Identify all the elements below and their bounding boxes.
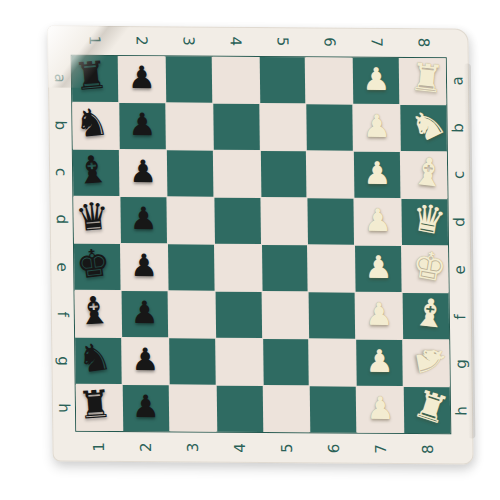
file-right-label-e: e [437,258,484,280]
rank-bottom-label-5: 5 [272,425,303,472]
mat-middle: abcdefgh ♜♟♟♜♞♟♟♞♝♟♟♝♛♟♟♛♚♟♟♚♝♟♟♝♞♟♟♞♜♟♟… [48,55,474,435]
rank-bottom-label-8: 8 [413,426,444,473]
product-photo-scene: 12345678 abcdefgh ♜♟♟♜♞♟♟♞♝♟♟♝♛♟♟♛♚♟♟♚♝♟… [0,0,500,500]
black-knight-piece: ♞ [75,337,114,379]
square-g1: ♞ [75,338,121,384]
square-d6 [308,198,354,244]
white-pawn-piece: ♟ [362,63,390,94]
rank-bottom-label-4: 4 [225,424,256,471]
black-pawn-piece: ♟ [128,62,156,93]
square-b1: ♞ [72,103,118,149]
rank-bottom-label-2: 2 [131,424,162,471]
file-right-label-g: g [438,353,485,375]
square-e7: ♟ [355,246,401,292]
square-f6 [309,292,355,338]
square-c2: ♟ [120,150,166,196]
square-c6 [307,151,353,197]
square-d5 [261,198,307,244]
black-pawn-piece: ♟ [131,344,159,375]
square-c3 [167,150,213,196]
black-pawn-piece: ♟ [131,297,159,328]
square-d7: ♟ [355,199,401,245]
square-c1: ♝ [73,150,119,196]
square-f2: ♟ [121,291,167,337]
square-c7: ♟ [354,152,400,198]
rank-bottom-label-1: 1 [84,423,115,470]
file-labels-right: abcdefgh [447,57,474,434]
rank-top-label-4: 4 [220,18,250,65]
square-d2: ♟ [120,197,166,243]
square-d1: ♛ [73,197,119,243]
rank-top-label-7: 7 [361,19,391,66]
square-b2: ♟ [119,103,165,149]
file-right-label-d: d [436,211,483,233]
black-knight-piece: ♞ [72,102,110,143]
rank-bottom-label-6: 6 [319,425,350,472]
rank-top-label-3: 3 [173,17,203,64]
white-pawn-piece: ♟ [364,251,392,282]
black-king-piece: ♚ [74,243,113,285]
square-b6 [307,104,353,150]
black-bishop-piece: ♝ [73,150,111,191]
rank-top-label-5: 5 [267,18,297,65]
white-pawn-piece: ♟ [363,157,391,188]
chess-mat: 12345678 abcdefgh ♜♟♟♜♞♟♟♞♝♟♟♝♛♟♟♛♚♟♟♚♝♟… [47,26,473,465]
black-pawn-piece: ♟ [130,250,158,281]
black-pawn-piece: ♟ [128,109,156,140]
square-f7: ♟ [356,293,402,339]
square-b4 [213,104,259,150]
square-a1: ♜ [72,56,118,102]
square-c5 [260,151,306,197]
rank-top-label-2: 2 [126,17,156,64]
square-e3 [168,244,214,290]
rank-bottom-label-3: 3 [178,424,209,471]
black-bishop-piece: ♝ [75,291,112,331]
square-g4 [216,339,262,385]
white-pawn-piece: ♟ [366,345,394,376]
square-e4 [215,245,261,291]
square-e1: ♚ [74,244,120,290]
black-rook-piece: ♜ [72,56,110,97]
rank-labels-bottom: 12345678 [52,432,473,465]
square-f1: ♝ [75,291,121,337]
square-c4 [213,151,259,197]
board-grid: ♜♟♟♜♞♟♟♞♝♟♟♝♛♟♟♛♚♟♟♚♝♟♟♝♞♟♟♞♜♟♟♜ [71,55,452,435]
square-f5 [262,292,308,338]
rank-labels-top: 12345678 [47,26,468,58]
black-pawn-piece: ♟ [129,156,157,187]
square-g6 [310,339,356,385]
rank-bottom-label-7: 7 [366,425,397,472]
square-g3 [169,338,215,384]
file-right-label-f: f [437,305,484,327]
square-g7: ♟ [356,340,402,386]
square-d3 [167,197,213,243]
rank-top-label-6: 6 [314,18,344,65]
square-f3 [168,291,214,337]
square-b3 [166,103,212,149]
square-g2: ♟ [122,338,168,384]
white-pawn-piece: ♟ [364,204,392,235]
black-pawn-piece: ♟ [129,203,157,234]
square-g5 [263,339,309,385]
square-d4 [214,198,260,244]
white-pawn-piece: ♟ [365,298,393,329]
file-right-label-c: c [435,164,482,186]
square-e2: ♟ [121,244,167,290]
file-right-label-a: a [434,70,481,92]
square-f4 [215,292,261,338]
white-pawn-piece: ♟ [366,392,394,423]
black-pawn-piece: ♟ [132,391,160,422]
square-e5 [262,245,308,291]
white-pawn-piece: ♟ [363,110,391,141]
file-right-label-h: h [438,400,485,422]
square-b7: ♟ [354,105,400,151]
file-right-label-b: b [435,117,482,139]
black-queen-piece: ♛ [74,197,112,238]
black-rook-piece: ♜ [76,385,113,425]
square-b5 [260,104,306,150]
square-e6 [308,245,354,291]
